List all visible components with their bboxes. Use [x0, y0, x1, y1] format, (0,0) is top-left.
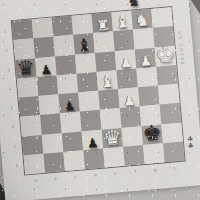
captured-black-knight: ♞ [127, 0, 140, 9]
square-a1[interactable] [12, 19, 34, 40]
file-label-e: e [105, 170, 125, 177]
square-c4[interactable] [57, 73, 79, 94]
chess-board[interactable]: ♜♝♞♝♛♟♟♟♚♝♟♟♟♛♚ [12, 7, 185, 174]
piece-white-bishop-e4[interactable]: ♝ [94, 72, 121, 91]
file-label-f: f [125, 168, 145, 175]
square-b8[interactable] [43, 152, 65, 173]
square-e7[interactable]: ♛ [102, 127, 124, 148]
rank-label-3: 3 [6, 60, 10, 79]
club-icon: ♣ [187, 141, 194, 150]
rank-label-1: 1 [3, 22, 7, 41]
square-d3[interactable] [75, 52, 97, 73]
square-g1[interactable]: ♞ [131, 9, 153, 30]
file-label-c: c [65, 173, 85, 180]
square-h6[interactable] [160, 103, 182, 124]
square-g8[interactable] [143, 143, 165, 164]
piece-white-queen-e7[interactable]: ♛ [98, 126, 126, 148]
board-logo-club-emblem: ♣ ♣ [183, 135, 197, 149]
square-b1[interactable] [32, 18, 54, 39]
piece-black-king-g7[interactable]: ♚ [138, 122, 166, 145]
square-a7[interactable] [22, 134, 44, 155]
square-e4[interactable]: ♝ [96, 70, 118, 91]
table-edge-dark-top-right [191, 0, 200, 14]
square-d8[interactable] [83, 148, 105, 169]
piece-black-pawn-b3[interactable]: ♟ [33, 62, 60, 77]
square-a5[interactable] [18, 96, 40, 117]
square-h5[interactable] [158, 84, 180, 105]
square-b2[interactable] [33, 37, 55, 58]
rank-label-8: 8 [15, 156, 19, 175]
square-d2[interactable]: ♝ [73, 33, 95, 54]
square-b6[interactable] [40, 113, 62, 134]
piece-black-bishop-d2[interactable]: ♝ [70, 35, 97, 54]
piece-white-knight-g1[interactable]: ♞ [129, 12, 156, 30]
chessboard-photo: ♜♝♞♝♛♟♟♟♚♝♟♟♟♛♚ abcdefgh 12345678 US CHE… [0, 0, 200, 200]
piece-white-king-h3[interactable]: ♚ [151, 43, 179, 66]
square-b4[interactable] [37, 75, 59, 96]
rank-label-7: 7 [13, 137, 17, 156]
file-label-a: a [26, 177, 46, 184]
square-c1[interactable] [52, 16, 74, 37]
square-c8[interactable] [63, 150, 85, 171]
rank-label-6: 6 [11, 118, 15, 137]
square-b7[interactable] [42, 133, 64, 154]
file-label-h: h [165, 165, 185, 172]
file-label-g: g [145, 166, 165, 173]
piece-white-pawn-f5[interactable]: ♟ [116, 93, 143, 108]
square-b3[interactable]: ♟ [35, 56, 57, 77]
square-g4[interactable] [136, 66, 158, 87]
file-label-b: b [45, 175, 65, 182]
square-a6[interactable] [20, 115, 42, 136]
rank-label-4: 4 [8, 79, 12, 98]
piece-black-pawn-c5[interactable]: ♟ [56, 99, 83, 114]
rank-label-5: 5 [10, 98, 14, 117]
vinyl-chess-mat: ♜♝♞♝♛♟♟♟♚♝♟♟♟♛♚ abcdefgh 12345678 US CHE… [0, 0, 200, 200]
square-f2[interactable] [113, 30, 135, 51]
square-c6[interactable] [60, 112, 82, 133]
square-c5[interactable]: ♟ [58, 93, 80, 114]
square-h4[interactable] [156, 65, 178, 86]
square-f8[interactable] [123, 145, 145, 166]
square-h8[interactable] [163, 141, 185, 162]
square-h3[interactable]: ♚ [155, 45, 177, 66]
file-label-d: d [85, 172, 105, 179]
square-g7[interactable]: ♚ [141, 124, 163, 145]
square-a8[interactable] [24, 154, 46, 175]
square-f5[interactable]: ♟ [118, 87, 140, 108]
rank-label-2: 2 [4, 41, 8, 60]
